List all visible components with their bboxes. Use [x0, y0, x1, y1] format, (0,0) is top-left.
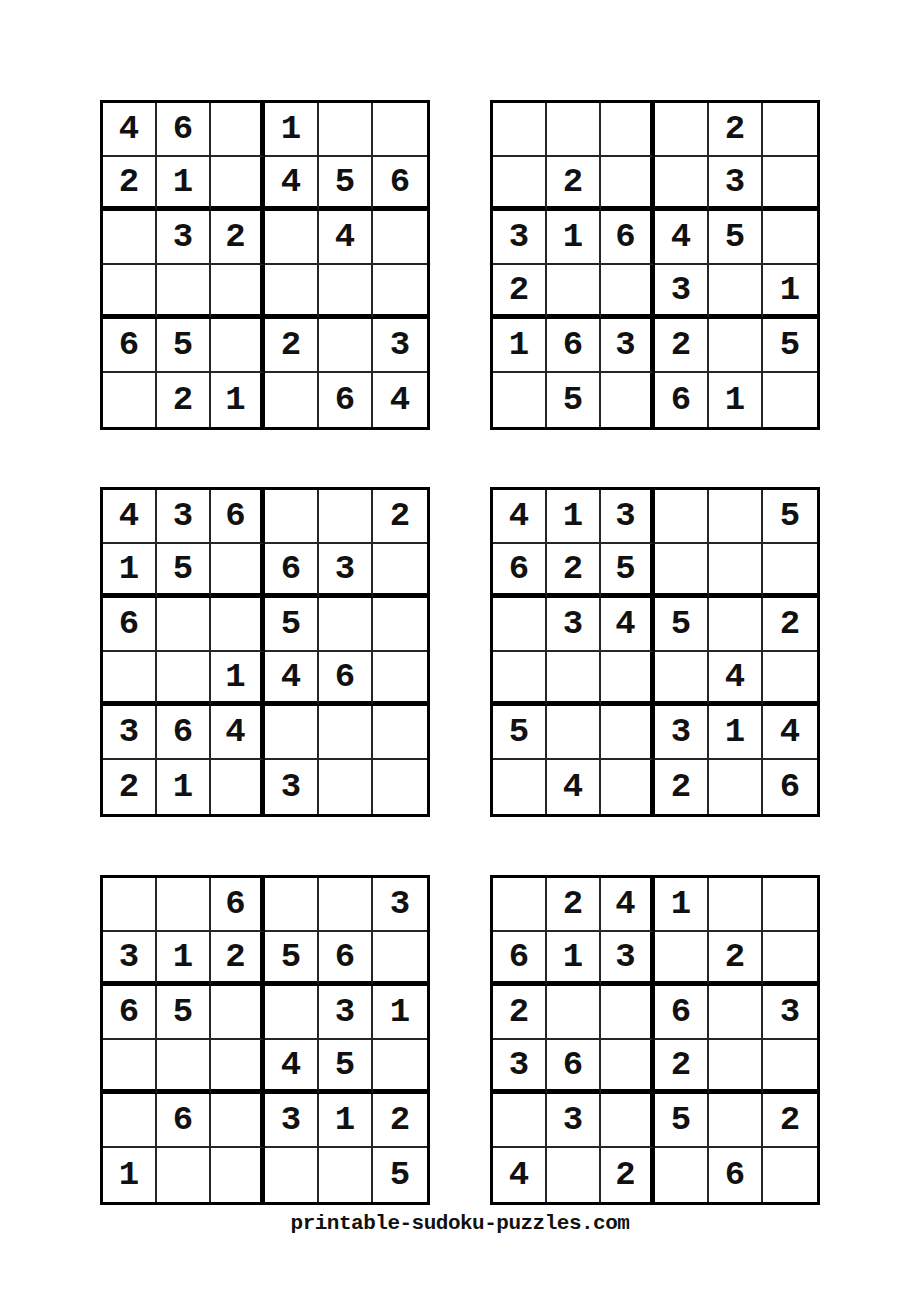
sudoku-cell-r2c1: 2: [103, 157, 157, 211]
sudoku-cell-r6c6: [373, 760, 427, 814]
sudoku-cell-r3c3: 4: [601, 598, 655, 652]
sudoku-cell-r6c4: [265, 1148, 319, 1202]
sudoku-cell-r1c1: 4: [493, 490, 547, 544]
sudoku-cell-r3c4: 5: [655, 598, 709, 652]
sudoku-cell-r5c6: 5: [763, 319, 817, 373]
sudoku-cell-r1c1: [103, 878, 157, 932]
sudoku-cell-r4c3: [601, 265, 655, 319]
sudoku-cell-r4c2: [157, 652, 211, 706]
sudoku-cell-r1c4: 1: [655, 878, 709, 932]
sudoku-cell-r6c4: [265, 373, 319, 427]
sudoku-cell-r4c5: [709, 265, 763, 319]
sudoku-cell-r5c1: 6: [103, 319, 157, 373]
sudoku-cell-r4c6: [763, 652, 817, 706]
sudoku-cell-r4c5: [319, 265, 373, 319]
sudoku-cell-r4c5: [709, 1040, 763, 1094]
sudoku-cell-r6c6: [763, 373, 817, 427]
sudoku-cell-r2c3: 2: [211, 932, 265, 986]
sudoku-cell-r5c2: 6: [157, 706, 211, 760]
sudoku-cell-r4c6: [373, 265, 427, 319]
sudoku-cell-r1c3: [601, 103, 655, 157]
sudoku-cell-r1c3: 6: [211, 490, 265, 544]
sudoku-cell-r6c3: [601, 373, 655, 427]
sudoku-cell-r1c2: 3: [157, 490, 211, 544]
sudoku-cell-r2c4: 6: [265, 544, 319, 598]
sudoku-cell-r5c5: [319, 706, 373, 760]
sudoku-cell-r4c2: [157, 265, 211, 319]
sudoku-cell-r4c2: [547, 652, 601, 706]
sudoku-cell-r1c6: 2: [373, 490, 427, 544]
sudoku-cell-r3c1: 2: [493, 986, 547, 1040]
sudoku-cell-r2c2: 1: [157, 932, 211, 986]
sudoku-cell-r4c3: [601, 652, 655, 706]
sudoku-cell-r3c1: [103, 211, 157, 265]
sudoku-cell-r1c2: [157, 878, 211, 932]
sudoku-cell-r5c6: 3: [373, 319, 427, 373]
sudoku-cell-r3c4: [265, 211, 319, 265]
sudoku-cell-r5c4: 3: [655, 706, 709, 760]
sudoku-cell-r3c1: 3: [493, 211, 547, 265]
sudoku-cell-r4c2: [157, 1040, 211, 1094]
sudoku-cell-r1c4: [265, 490, 319, 544]
sudoku-cell-r6c3: [211, 760, 265, 814]
sudoku-cell-r1c6: [373, 103, 427, 157]
sudoku-cell-r2c3: [211, 157, 265, 211]
sudoku-cell-r6c3: 1: [211, 373, 265, 427]
sudoku-cell-r3c6: 3: [763, 986, 817, 1040]
sudoku-cell-r5c2: 3: [547, 1094, 601, 1148]
sudoku-cell-r1c5: [319, 878, 373, 932]
sudoku-cell-r2c5: 3: [319, 544, 373, 598]
sudoku-cell-r3c1: [493, 598, 547, 652]
sudoku-cell-r3c5: [319, 598, 373, 652]
sudoku-cell-r1c3: 4: [601, 878, 655, 932]
sudoku-cell-r4c6: [763, 1040, 817, 1094]
sudoku-cell-r5c3: [211, 1094, 265, 1148]
sudoku-cell-r2c2: 2: [547, 544, 601, 598]
sudoku-cell-r2c5: [709, 544, 763, 598]
sudoku-cell-r6c2: [547, 1148, 601, 1202]
sudoku-cell-r1c5: [709, 490, 763, 544]
sudoku-cell-r1c6: [763, 878, 817, 932]
sudoku-cell-r5c5: 1: [319, 1094, 373, 1148]
sudoku-cell-r6c4: 2: [655, 760, 709, 814]
sudoku-cell-r3c5: 3: [319, 986, 373, 1040]
sudoku-cell-r3c4: 5: [265, 598, 319, 652]
sudoku-cell-r6c3: [601, 760, 655, 814]
sudoku-cell-r3c2: 3: [547, 598, 601, 652]
sudoku-cell-r3c5: [709, 986, 763, 1040]
sudoku-cell-r3c6: 2: [763, 598, 817, 652]
sudoku-cell-r1c3: 6: [211, 878, 265, 932]
sudoku-cell-r4c4: [655, 652, 709, 706]
sudoku-cell-r1c4: [655, 490, 709, 544]
sudoku-cell-r6c2: 4: [547, 760, 601, 814]
sudoku-cell-r6c5: [319, 760, 373, 814]
sudoku-cell-r3c3: 2: [211, 211, 265, 265]
sudoku-cell-r5c4: 3: [265, 1094, 319, 1148]
sudoku-cell-r5c4: 5: [655, 1094, 709, 1148]
sudoku-board-2: 2233164523116325561: [490, 100, 820, 430]
sudoku-cell-r1c2: 2: [547, 878, 601, 932]
sudoku-cell-r3c3: [601, 986, 655, 1040]
sudoku-cell-r4c4: 2: [655, 1040, 709, 1094]
sudoku-cell-r5c6: 2: [763, 1094, 817, 1148]
sudoku-cell-r4c4: 4: [265, 1040, 319, 1094]
sudoku-cell-r2c1: 1: [103, 544, 157, 598]
sudoku-cell-r3c4: 4: [655, 211, 709, 265]
sudoku-cell-r1c5: [319, 103, 373, 157]
sudoku-cell-r4c5: 5: [319, 1040, 373, 1094]
sudoku-cell-r2c5: 5: [319, 157, 373, 211]
sudoku-cell-r1c3: 3: [601, 490, 655, 544]
sudoku-cell-r1c2: 6: [157, 103, 211, 157]
sudoku-cell-r1c1: [493, 103, 547, 157]
sudoku-cell-r1c4: 1: [265, 103, 319, 157]
sudoku-cell-r2c6: [763, 157, 817, 211]
sudoku-cell-r4c3: [601, 1040, 655, 1094]
sudoku-cell-r2c1: 3: [103, 932, 157, 986]
sudoku-cell-r3c2: [157, 598, 211, 652]
sudoku-cell-r6c1: 1: [103, 1148, 157, 1202]
sudoku-cell-r5c5: [709, 319, 763, 373]
sudoku-cell-r1c1: [493, 878, 547, 932]
sudoku-cell-r3c1: 6: [103, 598, 157, 652]
sudoku-cell-r1c5: [319, 490, 373, 544]
sudoku-cell-r3c1: 6: [103, 986, 157, 1040]
sudoku-cell-r4c5: 4: [709, 652, 763, 706]
sudoku-cell-r6c4: 3: [265, 760, 319, 814]
sudoku-cell-r6c5: [709, 760, 763, 814]
sudoku-cell-r1c1: 4: [103, 490, 157, 544]
sudoku-cell-r3c3: [211, 598, 265, 652]
sudoku-cell-r5c4: 2: [655, 319, 709, 373]
sudoku-cell-r6c2: [157, 1148, 211, 1202]
sudoku-cell-r2c3: [601, 157, 655, 211]
sudoku-cell-r1c1: 4: [103, 103, 157, 157]
sudoku-cell-r5c1: 3: [103, 706, 157, 760]
sudoku-cell-r5c2: 6: [547, 319, 601, 373]
sudoku-cell-r2c1: [493, 157, 547, 211]
sudoku-cell-r4c3: 1: [211, 652, 265, 706]
sudoku-cell-r3c3: 6: [601, 211, 655, 265]
sudoku-cell-r6c4: 6: [655, 373, 709, 427]
sudoku-cell-r6c6: [763, 1148, 817, 1202]
sudoku-cell-r1c5: 2: [709, 103, 763, 157]
sudoku-board-1: 4612145632465232164: [100, 100, 430, 430]
sudoku-cell-r6c4: [655, 1148, 709, 1202]
sudoku-cell-r6c3: [211, 1148, 265, 1202]
sudoku-cell-r6c5: 6: [319, 373, 373, 427]
sudoku-cell-r4c2: 6: [547, 1040, 601, 1094]
sudoku-cell-r2c2: 1: [547, 932, 601, 986]
sudoku-cell-r2c1: 6: [493, 932, 547, 986]
sudoku-cell-r2c5: 6: [319, 932, 373, 986]
sudoku-cell-r6c5: [319, 1148, 373, 1202]
sudoku-cell-r3c5: [709, 598, 763, 652]
sudoku-cell-r6c2: 2: [157, 373, 211, 427]
sudoku-cell-r5c3: [211, 319, 265, 373]
sudoku-cell-r6c5: 1: [709, 373, 763, 427]
sudoku-cell-r4c6: 1: [763, 265, 817, 319]
sudoku-board-3: 4362156365146364213: [100, 487, 430, 817]
sudoku-cell-r2c2: 2: [547, 157, 601, 211]
sudoku-cell-r5c1: [103, 1094, 157, 1148]
sudoku-cell-r1c4: [655, 103, 709, 157]
sudoku-cell-r3c6: [373, 211, 427, 265]
sudoku-cell-r2c4: 5: [265, 932, 319, 986]
sudoku-cell-r5c6: [373, 706, 427, 760]
sudoku-cell-r4c1: [103, 652, 157, 706]
sudoku-cell-r3c2: 3: [157, 211, 211, 265]
sudoku-cell-r2c4: [655, 157, 709, 211]
sudoku-cell-r6c6: 5: [373, 1148, 427, 1202]
sudoku-cell-r5c2: 6: [157, 1094, 211, 1148]
sudoku-cell-r3c4: [265, 986, 319, 1040]
sudoku-cell-r3c5: 5: [709, 211, 763, 265]
sudoku-cell-r4c2: [547, 265, 601, 319]
sudoku-board-5: 6331256653145631215: [100, 875, 430, 1205]
sudoku-cell-r3c4: 6: [655, 986, 709, 1040]
sudoku-cell-r2c5: 3: [709, 157, 763, 211]
sudoku-cell-r6c1: 4: [493, 1148, 547, 1202]
sudoku-cell-r3c6: [373, 598, 427, 652]
sudoku-cell-r2c1: 6: [493, 544, 547, 598]
sudoku-cell-r4c6: [373, 1040, 427, 1094]
sudoku-cell-r1c2: [547, 103, 601, 157]
sudoku-cell-r4c1: 2: [493, 265, 547, 319]
sudoku-cell-r3c6: [763, 211, 817, 265]
sudoku-cell-r3c3: [211, 986, 265, 1040]
sudoku-cell-r6c6: 4: [373, 373, 427, 427]
sudoku-cell-r1c6: [763, 103, 817, 157]
sudoku-cell-r4c4: [265, 265, 319, 319]
sudoku-cell-r1c3: [211, 103, 265, 157]
sudoku-cell-r1c2: 1: [547, 490, 601, 544]
puzzle-sheet: 4612145632465232164 2233164523116325561 …: [0, 0, 920, 1302]
sudoku-cell-r5c2: 5: [157, 319, 211, 373]
sudoku-cell-r6c6: 6: [763, 760, 817, 814]
sudoku-cell-r2c6: [373, 932, 427, 986]
sudoku-cell-r2c6: 6: [373, 157, 427, 211]
sudoku-cell-r5c1: 5: [493, 706, 547, 760]
sudoku-cell-r2c6: [373, 544, 427, 598]
sudoku-cell-r1c5: [709, 878, 763, 932]
sudoku-cell-r6c5: 6: [709, 1148, 763, 1202]
sudoku-cell-r6c1: [103, 373, 157, 427]
sudoku-cell-r2c6: [763, 544, 817, 598]
sudoku-cell-r5c3: [601, 1094, 655, 1148]
sudoku-cell-r5c5: 1: [709, 706, 763, 760]
sudoku-cell-r4c1: [493, 652, 547, 706]
sudoku-cell-r2c6: [763, 932, 817, 986]
sudoku-cell-r3c2: [547, 986, 601, 1040]
sudoku-cell-r4c1: [103, 265, 157, 319]
sudoku-cell-r5c4: [265, 706, 319, 760]
sudoku-cell-r4c5: 6: [319, 652, 373, 706]
sudoku-cell-r2c3: 3: [601, 932, 655, 986]
sudoku-cell-r2c4: [655, 932, 709, 986]
sudoku-cell-r6c2: 1: [157, 760, 211, 814]
sudoku-cell-r5c6: 2: [373, 1094, 427, 1148]
sudoku-board-6: 2416132263362352426: [490, 875, 820, 1205]
sudoku-cell-r5c4: 2: [265, 319, 319, 373]
sudoku-cell-r6c1: [493, 373, 547, 427]
sudoku-cell-r6c1: 2: [103, 760, 157, 814]
sudoku-cell-r5c1: 1: [493, 319, 547, 373]
sudoku-cell-r5c5: [319, 319, 373, 373]
sudoku-cell-r2c2: 1: [157, 157, 211, 211]
sudoku-cell-r4c1: 3: [493, 1040, 547, 1094]
sudoku-cell-r2c4: [655, 544, 709, 598]
sudoku-cell-r2c3: [211, 544, 265, 598]
sudoku-cell-r2c3: 5: [601, 544, 655, 598]
sudoku-cell-r5c1: [493, 1094, 547, 1148]
sudoku-cell-r4c1: [103, 1040, 157, 1094]
sudoku-cell-r4c4: 4: [265, 652, 319, 706]
sudoku-cell-r3c2: 1: [547, 211, 601, 265]
sudoku-cell-r1c6: 5: [763, 490, 817, 544]
sudoku-cell-r3c5: 4: [319, 211, 373, 265]
sudoku-cell-r2c2: 5: [157, 544, 211, 598]
sudoku-cell-r5c5: [709, 1094, 763, 1148]
sudoku-cell-r6c3: 2: [601, 1148, 655, 1202]
sudoku-cell-r2c5: 2: [709, 932, 763, 986]
sudoku-cell-r5c2: [547, 706, 601, 760]
sudoku-cell-r5c6: 4: [763, 706, 817, 760]
sudoku-cell-r5c3: [601, 706, 655, 760]
sudoku-cell-r6c1: [493, 760, 547, 814]
sudoku-cell-r5c3: 4: [211, 706, 265, 760]
sudoku-cell-r5c3: 3: [601, 319, 655, 373]
sudoku-cell-r3c6: 1: [373, 986, 427, 1040]
sudoku-cell-r6c2: 5: [547, 373, 601, 427]
site-credit: printable-sudoku-puzzles.com: [0, 1212, 920, 1235]
sudoku-cell-r3c2: 5: [157, 986, 211, 1040]
sudoku-cell-r4c3: [211, 1040, 265, 1094]
sudoku-cell-r4c3: [211, 265, 265, 319]
sudoku-cell-r2c4: 4: [265, 157, 319, 211]
sudoku-cell-r1c6: 3: [373, 878, 427, 932]
sudoku-board-4: 4135625345245314426: [490, 487, 820, 817]
sudoku-cell-r4c6: [373, 652, 427, 706]
sudoku-cell-r4c4: 3: [655, 265, 709, 319]
sudoku-cell-r1c4: [265, 878, 319, 932]
